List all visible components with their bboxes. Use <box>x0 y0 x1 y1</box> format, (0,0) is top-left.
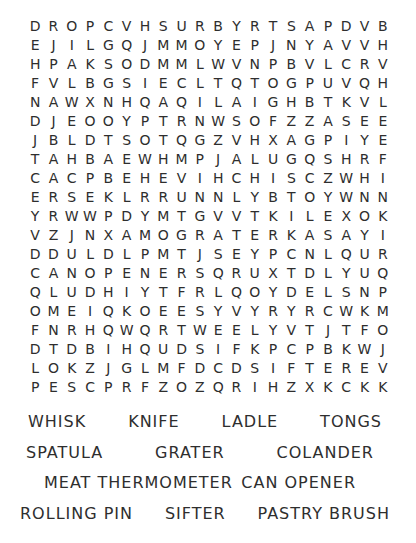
grid-cell: H <box>374 73 392 92</box>
grid-cell: E <box>44 377 62 396</box>
grid-cell: S <box>191 301 209 320</box>
grid-cell: K <box>374 377 392 396</box>
grid-cell: D <box>227 358 245 377</box>
grid-cell: Q <box>209 377 227 396</box>
word-list-row: SPATULAGRATERCOLANDER <box>0 443 416 462</box>
grid-cell: H <box>117 339 135 358</box>
grid-cell: A <box>300 225 318 244</box>
grid-cell: A <box>99 149 117 168</box>
grid-cell: E <box>374 111 392 130</box>
grid-cell: Q <box>99 320 117 339</box>
grid-cell: I <box>264 358 282 377</box>
grid-cell: A <box>337 225 355 244</box>
grid-cell: Y <box>282 301 300 320</box>
grid-cell: K <box>355 301 373 320</box>
grid-cell: I <box>246 92 264 111</box>
grid-cell: T <box>227 225 245 244</box>
grid-cell: G <box>264 92 282 111</box>
grid-cell: T <box>246 73 264 92</box>
grid-cell: I <box>264 168 282 187</box>
grid-cell: Q <box>172 92 190 111</box>
grid-cell: P <box>191 149 209 168</box>
grid-cell: T <box>154 130 172 149</box>
grid-cell: B <box>209 16 227 35</box>
grid-cell: W <box>355 339 373 358</box>
grid-cell: V <box>227 54 245 73</box>
grid-cell: T <box>172 244 190 263</box>
grid-cell: X <box>81 92 99 111</box>
grid-cell: I <box>337 130 355 149</box>
grid-cell: L <box>117 244 135 263</box>
grid-cell: J <box>209 149 227 168</box>
grid-cell: T <box>319 92 337 111</box>
grid-cell: R <box>227 377 245 396</box>
grid-cell: T <box>26 149 44 168</box>
grid-cell: D <box>172 339 190 358</box>
grid-cell: H <box>26 54 44 73</box>
grid-cell: E <box>117 149 135 168</box>
grid-cell: Z <box>154 377 172 396</box>
grid-cell: E <box>319 206 337 225</box>
grid-cell: Y <box>136 206 154 225</box>
grid-cell: Q <box>209 263 227 282</box>
word-bank-word: ROLLING PIN <box>20 504 133 523</box>
grid-cell: T <box>44 339 62 358</box>
grid-cell: D <box>26 244 44 263</box>
grid-cell: S <box>117 130 135 149</box>
grid-cell: Z <box>44 225 62 244</box>
grid-cell: S <box>282 16 300 35</box>
grid-cell: R <box>154 320 172 339</box>
grid-cell: E <box>227 35 245 54</box>
grid-cell: T <box>209 73 227 92</box>
grid-cell: H <box>355 168 373 187</box>
grid-cell: J <box>374 339 392 358</box>
grid-cell: Q <box>136 92 154 111</box>
grid-cell: H <box>136 168 154 187</box>
grid-cell: K <box>99 187 117 206</box>
grid-cell: Z <box>191 377 209 396</box>
grid-cell: S <box>246 358 264 377</box>
grid-cell: D <box>117 206 135 225</box>
grid-cell: F <box>172 358 190 377</box>
grid-cell: B <box>81 73 99 92</box>
grid-cell: A <box>282 130 300 149</box>
grid-cell: P <box>81 16 99 35</box>
grid-cell: W <box>191 320 209 339</box>
grid-cell: W <box>136 149 154 168</box>
grid-cell: N <box>300 244 318 263</box>
grid-cell: O <box>191 35 209 54</box>
grid-cell: E <box>319 358 337 377</box>
grid-cell: H <box>282 92 300 111</box>
grid-cell: Q <box>99 301 117 320</box>
grid-cell: V <box>26 225 44 244</box>
grid-cell: H <box>81 320 99 339</box>
grid-cell: L <box>26 358 44 377</box>
grid-cell: E <box>209 320 227 339</box>
grid-cell: T <box>172 320 190 339</box>
grid-cell: H <box>63 149 81 168</box>
grid-cell: V <box>300 54 318 73</box>
grid-cell: G <box>99 35 117 54</box>
grid-cell: D <box>26 339 44 358</box>
grid-cell: L <box>44 282 62 301</box>
word-search-page: DROPCVHSURBYRTSAPDVBEJILGQJMMOYEPJNYAVVH… <box>0 0 416 543</box>
grid-cell: J <box>63 225 81 244</box>
grid-cell: V <box>227 301 245 320</box>
grid-cell: O <box>374 320 392 339</box>
grid-cell: C <box>172 73 190 92</box>
grid-cell: S <box>319 149 337 168</box>
grid-cell: R <box>191 282 209 301</box>
grid-cell: A <box>154 92 172 111</box>
grid-cell: G <box>172 225 190 244</box>
grid-cell: T <box>99 130 117 149</box>
grid-cell: O <box>355 206 373 225</box>
grid-cell: Q <box>136 320 154 339</box>
grid-cell: U <box>355 244 373 263</box>
grid-cell: L <box>81 35 99 54</box>
grid-cell: E <box>154 168 172 187</box>
grid-cell: K <box>374 206 392 225</box>
grid-cell: L <box>136 358 154 377</box>
grid-cell: N <box>26 92 44 111</box>
grid-cell: B <box>264 187 282 206</box>
grid-cell: R <box>136 187 154 206</box>
grid-cell: P <box>81 168 99 187</box>
grid-cell: L <box>63 73 81 92</box>
grid-cell: X <box>264 130 282 149</box>
grid-cell: V <box>337 35 355 54</box>
grid-cell: Y <box>355 225 373 244</box>
grid-cell: L <box>319 244 337 263</box>
grid-cell: D <box>26 16 44 35</box>
grid-cell: V <box>355 35 373 54</box>
grid-cell: O <box>172 377 190 396</box>
grid-cell: H <box>374 35 392 54</box>
grid-cell: P <box>246 35 264 54</box>
grid-cell: D <box>81 282 99 301</box>
grid-cell: I <box>246 377 264 396</box>
grid-cell: O <box>26 301 44 320</box>
grid-cell: Y <box>209 35 227 54</box>
grid-cell: W <box>337 301 355 320</box>
grid-cell: G <box>300 130 318 149</box>
grid-cell: Q <box>227 282 245 301</box>
grid-cell: O <box>154 225 172 244</box>
grid-cell: A <box>63 54 81 73</box>
grid-cell: R <box>44 16 62 35</box>
grid-cell: I <box>191 168 209 187</box>
grid-cell: S <box>154 16 172 35</box>
grid-cell: A <box>44 149 62 168</box>
grid-cell: G <box>282 149 300 168</box>
grid-cell: O <box>246 282 264 301</box>
grid-cell: L <box>191 54 209 73</box>
grid-cell: K <box>63 358 81 377</box>
grid-cell: J <box>264 35 282 54</box>
grid-cell: P <box>26 377 44 396</box>
grid-cell: O <box>99 111 117 130</box>
grid-cell: E <box>154 301 172 320</box>
grid-cell: U <box>63 282 81 301</box>
grid-cell: C <box>26 263 44 282</box>
word-bank-word: SIFTER <box>165 504 226 523</box>
grid-cell: K <box>117 301 135 320</box>
grid-cell: J <box>99 358 117 377</box>
grid-cell: N <box>191 111 209 130</box>
grid-cell: K <box>319 377 337 396</box>
grid-cell: S <box>319 225 337 244</box>
grid-cell: M <box>154 358 172 377</box>
grid-cell: G <box>282 73 300 92</box>
grid-cell: R <box>227 263 245 282</box>
grid-cell: H <box>136 16 154 35</box>
grid-cell: E <box>26 187 44 206</box>
grid-cell: S <box>282 168 300 187</box>
grid-cell: E <box>81 187 99 206</box>
grid-cell: L <box>319 263 337 282</box>
grid-cell: N <box>44 320 62 339</box>
word-list-row: ROLLING PINSIFTERPASTRY BRUSH <box>0 504 416 523</box>
grid-cell: H <box>337 149 355 168</box>
grid-cell: T <box>300 320 318 339</box>
word-bank-word: LADLE <box>222 412 279 431</box>
grid-cell: L <box>191 73 209 92</box>
grid-cell: F <box>282 358 300 377</box>
grid-cell: A <box>300 16 318 35</box>
grid-cell: L <box>246 149 264 168</box>
grid-cell: J <box>44 35 62 54</box>
grid-cell: E <box>117 263 135 282</box>
grid-cell: P <box>319 16 337 35</box>
word-bank-word: SPATULA <box>26 443 103 462</box>
grid-cell: H <box>99 282 117 301</box>
grid-cell: J <box>44 111 62 130</box>
grid-cell: F <box>374 149 392 168</box>
grid-cell: R <box>355 54 373 73</box>
grid-cell: K <box>264 206 282 225</box>
word-bank-word: CAN OPENER <box>241 473 356 492</box>
grid-cell: R <box>117 377 135 396</box>
grid-cell: G <box>191 130 209 149</box>
grid-cell: N <box>63 263 81 282</box>
grid-cell: K <box>337 339 355 358</box>
grid-cell: C <box>209 358 227 377</box>
grid-cell: M <box>374 301 392 320</box>
grid-cell: P <box>264 244 282 263</box>
grid-cell: V <box>355 92 373 111</box>
grid-cell: U <box>154 339 172 358</box>
grid-cell: W <box>209 54 227 73</box>
grid-cell: H <box>154 149 172 168</box>
grid-cell: R <box>154 187 172 206</box>
grid-cell: C <box>282 244 300 263</box>
grid-cell: C <box>63 168 81 187</box>
grid-cell: K <box>81 54 99 73</box>
grid-cell: E <box>172 301 190 320</box>
grid-cell: T <box>154 282 172 301</box>
grid-cell: E <box>300 282 318 301</box>
grid-cell: P <box>319 130 337 149</box>
grid-cell: M <box>154 206 172 225</box>
grid-cell: P <box>264 54 282 73</box>
grid-cell: D <box>63 339 81 358</box>
grid-cell: N <box>355 282 373 301</box>
letter-grid: DROPCVHSURBYRTSAPDVBEJILGQJMMOYEPJNYAVVH… <box>26 16 392 396</box>
grid-cell: V <box>337 73 355 92</box>
grid-cell: H <box>246 130 264 149</box>
grid-cell: I <box>117 282 135 301</box>
grid-cell: P <box>300 339 318 358</box>
grid-cell: V <box>117 16 135 35</box>
grid-cell: R <box>191 16 209 35</box>
grid-cell: V <box>282 320 300 339</box>
grid-cell: E <box>26 35 44 54</box>
grid-cell: C <box>300 168 318 187</box>
grid-cell: I <box>374 225 392 244</box>
grid-cell: R <box>44 187 62 206</box>
word-bank-word: COLANDER <box>276 443 374 462</box>
grid-cell: F <box>355 320 373 339</box>
grid-cell: D <box>44 244 62 263</box>
grid-cell: E <box>355 111 373 130</box>
grid-cell: V <box>355 16 373 35</box>
grid-cell: I <box>81 301 99 320</box>
grid-cell: Z <box>282 111 300 130</box>
grid-cell: V <box>172 168 190 187</box>
grid-cell: R <box>191 225 209 244</box>
grid-cell: S <box>117 73 135 92</box>
grid-cell: D <box>191 358 209 377</box>
grid-cell: K <box>246 339 264 358</box>
grid-cell: Q <box>337 244 355 263</box>
grid-cell: M <box>172 54 190 73</box>
grid-cell: J <box>136 35 154 54</box>
grid-cell: M <box>154 35 172 54</box>
grid-cell: L <box>209 92 227 111</box>
grid-cell: Z <box>81 358 99 377</box>
grid-cell: D <box>81 130 99 149</box>
grid-cell: Y <box>209 301 227 320</box>
grid-cell: S <box>99 54 117 73</box>
grid-cell: Z <box>319 168 337 187</box>
grid-cell: W <box>337 187 355 206</box>
grid-cell: T <box>264 16 282 35</box>
grid-cell: Q <box>227 73 245 92</box>
grid-cell: B <box>319 339 337 358</box>
grid-cell: S <box>191 263 209 282</box>
grid-cell: J <box>26 130 44 149</box>
grid-cell: O <box>63 16 81 35</box>
grid-cell: Y <box>319 187 337 206</box>
grid-cell: P <box>136 111 154 130</box>
grid-cell: Y <box>136 282 154 301</box>
grid-cell: T <box>300 358 318 377</box>
grid-cell: C <box>337 54 355 73</box>
grid-cell: M <box>172 149 190 168</box>
grid-cell: N <box>191 187 209 206</box>
grid-cell: C <box>81 377 99 396</box>
grid-cell: M <box>44 301 62 320</box>
grid-cell: M <box>136 225 154 244</box>
grid-cell: S <box>227 111 245 130</box>
grid-cell: D <box>136 54 154 73</box>
grid-cell: Y <box>246 244 264 263</box>
grid-cell: Q <box>172 130 190 149</box>
grid-cell: U <box>319 73 337 92</box>
grid-cell: E <box>154 263 172 282</box>
grid-cell: C <box>319 301 337 320</box>
grid-cell: R <box>355 149 373 168</box>
word-bank-word: PASTRY BRUSH <box>258 504 390 523</box>
grid-cell: R <box>264 225 282 244</box>
grid-cell: P <box>374 282 392 301</box>
grid-cell: U <box>355 263 373 282</box>
grid-cell: C <box>26 168 44 187</box>
grid-cell: M <box>172 35 190 54</box>
grid-cell: T <box>154 111 172 130</box>
grid-cell: N <box>209 187 227 206</box>
grid-cell: H <box>246 168 264 187</box>
grid-cell: M <box>154 54 172 73</box>
grid-cell: E <box>63 301 81 320</box>
grid-cell: U <box>63 244 81 263</box>
grid-cell: W <box>63 206 81 225</box>
grid-cell: R <box>172 263 190 282</box>
grid-cell: T <box>172 206 190 225</box>
grid-cell: N <box>136 263 154 282</box>
grid-cell: A <box>117 225 135 244</box>
grid-cell: F <box>26 73 44 92</box>
grid-cell: R <box>172 111 190 130</box>
grid-cell: G <box>117 358 135 377</box>
word-bank-word: KNIFE <box>128 412 180 431</box>
grid-cell: I <box>282 206 300 225</box>
grid-cell: O <box>44 358 62 377</box>
grid-cell: X <box>337 206 355 225</box>
grid-cell: O <box>136 301 154 320</box>
grid-cell: U <box>172 16 190 35</box>
grid-cell: R <box>300 301 318 320</box>
grid-cell: E <box>63 111 81 130</box>
grid-cell: J <box>191 244 209 263</box>
grid-cell: B <box>81 149 99 168</box>
grid-cell: P <box>264 339 282 358</box>
grid-cell: Q <box>136 339 154 358</box>
grid-cell: Z <box>209 130 227 149</box>
grid-cell: L <box>63 130 81 149</box>
grid-cell: C <box>99 16 117 35</box>
grid-cell: L <box>227 187 245 206</box>
grid-cell: K <box>282 225 300 244</box>
grid-cell: P <box>136 244 154 263</box>
grid-cell: U <box>172 187 190 206</box>
grid-cell: B <box>44 130 62 149</box>
grid-cell: P <box>99 263 117 282</box>
grid-cell: H <box>117 92 135 111</box>
grid-cell: A <box>319 35 337 54</box>
grid-cell: Y <box>300 35 318 54</box>
grid-cell: R <box>63 320 81 339</box>
grid-cell: W <box>81 206 99 225</box>
grid-cell: V <box>374 54 392 73</box>
grid-cell: Y <box>227 16 245 35</box>
grid-cell: Z <box>282 377 300 396</box>
grid-cell: L <box>81 244 99 263</box>
grid-cell: F <box>26 320 44 339</box>
